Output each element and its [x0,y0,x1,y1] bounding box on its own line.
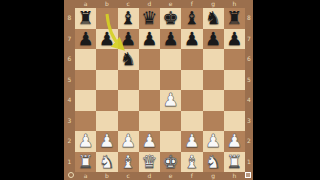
square-a6[interactable] [75,49,96,70]
square-f1[interactable]: ♝ [181,152,202,173]
square-e7[interactable]: ♟ [160,29,181,50]
file-label-b-top: b [96,1,117,7]
square-f3[interactable] [181,111,202,132]
white-knight-b1[interactable]: ♞ [99,153,115,171]
square-d4[interactable] [139,90,160,111]
file-label-f-bottom: f [181,173,202,179]
square-b5[interactable] [96,70,117,91]
square-c3[interactable] [118,111,139,132]
square-c6[interactable]: ♞ [118,49,139,70]
rank-label-5-left: 5 [64,77,75,83]
rank-label-3-right: 3 [245,118,253,124]
black-pawn-a7[interactable]: ♟ [78,30,94,48]
chess-app-screen: ♜♝♛♚♝♞♜♟♟♟♟♟♟♟♟♞♟♟♟♟♟♟♟♟♜♞♝♛♚♝♞♜ aabbccd… [0,0,320,180]
rank-label-1-right: 1 [245,159,253,165]
square-h1[interactable]: ♜ [224,152,245,173]
square-h8[interactable]: ♜ [224,8,245,29]
square-g2[interactable]: ♟ [203,131,224,152]
file-label-a-bottom: a [75,173,96,179]
file-label-f-top: f [181,1,202,7]
rank-label-2-right: 2 [245,138,253,144]
black-pawn-g7[interactable]: ♟ [205,30,221,48]
white-king-e1[interactable]: ♚ [163,153,179,171]
rank-label-7-right: 7 [245,36,253,42]
white-queen-d1[interactable]: ♛ [141,153,157,171]
square-f5[interactable] [181,70,202,91]
square-g7[interactable]: ♟ [203,29,224,50]
square-h3[interactable] [224,111,245,132]
square-h6[interactable] [224,49,245,70]
black-pawn-d7[interactable]: ♟ [141,30,157,48]
square-icon [245,172,251,178]
black-pawn-h7[interactable]: ♟ [226,30,242,48]
square-b3[interactable] [96,111,117,132]
black-bishop-f8[interactable]: ♝ [184,9,200,27]
square-e8[interactable]: ♚ [160,8,181,29]
square-a4[interactable] [75,90,96,111]
white-pawn-d2[interactable]: ♟ [141,132,157,150]
white-knight-g1[interactable]: ♞ [205,153,221,171]
square-f4[interactable] [181,90,202,111]
file-label-c-top: c [118,1,139,7]
square-b1[interactable]: ♞ [96,152,117,173]
white-rook-h1[interactable]: ♜ [226,153,242,171]
file-label-e-bottom: e [160,173,181,179]
file-label-d-top: d [139,1,160,7]
white-bishop-f1[interactable]: ♝ [184,153,200,171]
black-pawn-b7[interactable]: ♟ [99,30,115,48]
square-e2[interactable] [160,131,181,152]
black-rook-h8[interactable]: ♜ [226,9,242,27]
square-f7[interactable]: ♟ [181,29,202,50]
square-c1[interactable]: ♝ [118,152,139,173]
rank-label-1-left: 1 [64,159,75,165]
square-e6[interactable] [160,49,181,70]
square-d5[interactable] [139,70,160,91]
square-d8[interactable]: ♛ [139,8,160,29]
rank-label-8-left: 8 [64,15,75,21]
file-label-b-bottom: b [96,173,117,179]
square-e4[interactable]: ♟ [160,90,181,111]
file-label-h-bottom: h [224,173,245,179]
black-bishop-c8[interactable]: ♝ [120,9,136,27]
square-g6[interactable] [203,49,224,70]
square-c2[interactable]: ♟ [118,131,139,152]
rank-label-3-left: 3 [64,118,75,124]
rank-label-4-right: 4 [245,97,253,103]
white-bishop-c1[interactable]: ♝ [120,153,136,171]
rank-label-2-left: 2 [64,138,75,144]
square-b7[interactable]: ♟ [96,29,117,50]
square-e1[interactable]: ♚ [160,152,181,173]
rank-label-7-left: 7 [64,36,75,42]
square-b6[interactable] [96,49,117,70]
file-label-c-bottom: c [118,173,139,179]
square-f8[interactable]: ♝ [181,8,202,29]
square-g8[interactable]: ♞ [203,8,224,29]
square-d7[interactable]: ♟ [139,29,160,50]
square-b4[interactable] [96,90,117,111]
square-a2[interactable]: ♟ [75,131,96,152]
square-f6[interactable] [181,49,202,70]
square-a3[interactable] [75,111,96,132]
white-pawn-b2[interactable]: ♟ [99,132,115,150]
square-c7[interactable]: ♟ [118,29,139,50]
square-g5[interactable] [203,70,224,91]
rank-label-5-right: 5 [245,77,253,83]
rank-label-6-left: 6 [64,56,75,62]
black-pawn-e7[interactable]: ♟ [163,30,179,48]
black-rook-a8[interactable]: ♜ [78,9,94,27]
file-label-g-bottom: g [203,173,224,179]
square-a1[interactable]: ♜ [75,152,96,173]
file-label-a-top: a [75,1,96,7]
square-f2[interactable]: ♟ [181,131,202,152]
circle-icon [68,172,74,178]
square-b2[interactable]: ♟ [96,131,117,152]
square-g3[interactable] [203,111,224,132]
file-label-d-bottom: d [139,173,160,179]
white-pawn-e4[interactable]: ♟ [163,91,179,109]
square-a5[interactable] [75,70,96,91]
rank-label-4-left: 4 [64,97,75,103]
square-g1[interactable]: ♞ [203,152,224,173]
white-pawn-h2[interactable]: ♟ [226,132,242,150]
square-d2[interactable]: ♟ [139,131,160,152]
square-a8[interactable]: ♜ [75,8,96,29]
square-a7[interactable]: ♟ [75,29,96,50]
black-pawn-f7[interactable]: ♟ [184,30,200,48]
square-b8[interactable] [96,8,117,29]
white-pawn-g2[interactable]: ♟ [205,132,221,150]
square-g4[interactable] [203,90,224,111]
square-c8[interactable]: ♝ [118,8,139,29]
file-label-e-top: e [160,1,181,7]
square-h7[interactable]: ♟ [224,29,245,50]
square-d6[interactable] [139,49,160,70]
rank-label-8-right: 8 [245,15,253,21]
black-pawn-c7[interactable]: ♟ [120,30,136,48]
letterbox-left [0,0,64,180]
white-rook-a1[interactable]: ♜ [78,153,94,171]
square-h4[interactable] [224,90,245,111]
white-pawn-c2[interactable]: ♟ [120,132,136,150]
rank-label-6-right: 6 [245,56,253,62]
square-d1[interactable]: ♛ [139,152,160,173]
square-e5[interactable] [160,70,181,91]
black-queen-d8[interactable]: ♛ [141,9,157,27]
square-h5[interactable] [224,70,245,91]
square-d3[interactable] [139,111,160,132]
chess-board[interactable]: ♜♝♛♚♝♞♜♟♟♟♟♟♟♟♟♞♟♟♟♟♟♟♟♟♜♞♝♛♚♝♞♜ aabbccd… [64,0,253,180]
white-pawn-a2[interactable]: ♟ [78,132,94,150]
file-label-h-top: h [224,1,245,7]
square-c4[interactable] [118,90,139,111]
black-king-e8[interactable]: ♚ [163,9,179,27]
white-pawn-f2[interactable]: ♟ [184,132,200,150]
black-knight-g8[interactable]: ♞ [205,9,221,27]
letterbox-right [253,0,320,180]
square-e3[interactable] [160,111,181,132]
square-h2[interactable]: ♟ [224,131,245,152]
square-c5[interactable] [118,70,139,91]
board-grid: ♜♝♛♚♝♞♜♟♟♟♟♟♟♟♟♞♟♟♟♟♟♟♟♟♜♞♝♛♚♝♞♜ [75,8,245,172]
file-label-g-top: g [203,1,224,7]
black-knight-c6[interactable]: ♞ [120,50,136,68]
